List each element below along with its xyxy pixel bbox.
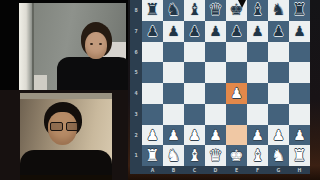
piece-white-bishop: ♝ (187, 148, 201, 164)
piece-white-pawn: ♟ (251, 128, 264, 142)
piece-white-pawn: ♟ (209, 128, 222, 142)
square-b1[interactable]: ♞ (163, 145, 184, 166)
square-d1[interactable]: ♛ (205, 145, 226, 166)
piece-white-pawn: ♟ (293, 128, 306, 142)
square-c5[interactable] (184, 62, 205, 83)
piece-white-pawn: ♟ (230, 86, 243, 100)
board-area: 87654321 ♜♞♝♛♚♝♞♜♟♟♟♟♟♟♟♟♟♟♟♟♟♟♟♟♜♞♝♛♚♝♞… (128, 0, 320, 180)
square-f7[interactable]: ♟ (247, 21, 268, 42)
rank-label-7: 7 (133, 25, 140, 37)
piece-white-pawn: ♟ (167, 128, 180, 142)
square-d6[interactable] (205, 42, 226, 63)
rank-label-6: 6 (133, 46, 140, 58)
square-h2[interactable]: ♟ (289, 125, 310, 146)
square-b4[interactable] (163, 83, 184, 104)
square-f4[interactable] (247, 83, 268, 104)
square-g2[interactable]: ♟ (268, 125, 289, 146)
square-b3[interactable] (163, 104, 184, 125)
rank-label-5: 5 (133, 67, 140, 79)
webcam-bottom-video (20, 93, 112, 180)
piece-white-queen: ♛ (208, 148, 222, 164)
square-c6[interactable] (184, 42, 205, 63)
piece-black-pawn: ♟ (293, 24, 306, 38)
square-g5[interactable] (268, 62, 289, 83)
piece-black-queen: ♛ (208, 2, 222, 18)
square-d3[interactable] (205, 104, 226, 125)
rank-label-2: 2 (133, 129, 140, 141)
piece-black-rook: ♜ (145, 2, 159, 18)
webcam-top-video (19, 3, 126, 90)
square-g8[interactable]: ♞ (268, 0, 289, 21)
chess-board[interactable]: ♜♞♝♛♚♝♞♜♟♟♟♟♟♟♟♟♟♟♟♟♟♟♟♟♜♞♝♛♚♝♞♜ (142, 0, 310, 166)
ceiling-strip (20, 93, 112, 99)
rank-label-8: 8 (133, 4, 140, 16)
square-c8[interactable]: ♝ (184, 0, 205, 21)
window-light (19, 3, 34, 90)
square-e2[interactable] (226, 125, 247, 146)
piece-white-pawn: ♟ (188, 128, 201, 142)
square-a8[interactable]: ♜ (142, 0, 163, 21)
square-a4[interactable] (142, 83, 163, 104)
square-d7[interactable]: ♟ (205, 21, 226, 42)
square-e6[interactable] (226, 42, 247, 63)
square-h3[interactable] (289, 104, 310, 125)
piece-white-king: ♚ (229, 148, 243, 164)
square-g6[interactable] (268, 42, 289, 63)
piece-black-bishop: ♝ (187, 2, 201, 18)
square-g1[interactable]: ♞ (268, 145, 289, 166)
piece-black-pawn: ♟ (251, 24, 264, 38)
square-c1[interactable]: ♝ (184, 145, 205, 166)
square-e4[interactable]: ♟ (226, 83, 247, 104)
square-h8[interactable]: ♜ (289, 0, 310, 21)
stream-layout: 87654321 ♜♞♝♛♚♝♞♜♟♟♟♟♟♟♟♟♟♟♟♟♟♟♟♟♜♞♝♛♚♝♞… (0, 0, 320, 180)
square-d2[interactable]: ♟ (205, 125, 226, 146)
square-h6[interactable] (289, 42, 310, 63)
square-d4[interactable] (205, 83, 226, 104)
square-b2[interactable]: ♟ (163, 125, 184, 146)
square-e5[interactable] (226, 62, 247, 83)
piece-black-knight: ♞ (271, 2, 285, 18)
square-f3[interactable] (247, 104, 268, 125)
player-top-face (85, 32, 107, 59)
rank-label-1: 1 (133, 150, 140, 162)
square-a6[interactable] (142, 42, 163, 63)
square-a5[interactable] (142, 62, 163, 83)
mouse-cursor (238, 0, 246, 8)
piece-black-pawn: ♟ (146, 24, 159, 38)
square-h7[interactable]: ♟ (289, 21, 310, 42)
square-g7[interactable]: ♟ (268, 21, 289, 42)
file-label-c: C (188, 168, 200, 173)
piece-white-pawn: ♟ (146, 128, 159, 142)
glasses-icon (50, 122, 79, 131)
square-b8[interactable]: ♞ (163, 0, 184, 21)
webcam-player-top (0, 0, 128, 90)
file-label-e: E (230, 168, 242, 173)
square-f1[interactable]: ♝ (247, 145, 268, 166)
piece-white-knight: ♞ (166, 148, 180, 164)
square-c4[interactable] (184, 83, 205, 104)
square-e1[interactable]: ♚ (226, 145, 247, 166)
piece-black-pawn: ♟ (188, 24, 201, 38)
chess-board-frame: 87654321 ♜♞♝♛♚♝♞♜♟♟♟♟♟♟♟♟♟♟♟♟♟♟♟♟♜♞♝♛♚♝♞… (130, 0, 310, 174)
file-label-a: A (146, 168, 158, 173)
square-h5[interactable] (289, 62, 310, 83)
square-h1[interactable]: ♜ (289, 145, 310, 166)
player-bottom-torso (20, 150, 112, 175)
square-e7[interactable]: ♟ (226, 21, 247, 42)
piece-white-pawn: ♟ (272, 128, 285, 142)
file-label-h: H (293, 168, 305, 173)
file-label-d: D (209, 168, 221, 173)
piece-black-pawn: ♟ (167, 24, 180, 38)
square-f6[interactable] (247, 42, 268, 63)
player-top-eyes (90, 43, 93, 45)
player-top-torso (57, 57, 128, 90)
piece-black-pawn: ♟ (272, 24, 285, 38)
radiator (34, 75, 47, 90)
piece-white-rook: ♜ (292, 148, 306, 164)
file-label-g: G (272, 168, 284, 173)
file-label-b: B (167, 168, 179, 173)
square-d5[interactable] (205, 62, 226, 83)
piece-white-rook: ♜ (145, 148, 159, 164)
square-c3[interactable] (184, 104, 205, 125)
square-a2[interactable]: ♟ (142, 125, 163, 146)
square-g4[interactable] (268, 83, 289, 104)
piece-black-pawn: ♟ (209, 24, 222, 38)
desk-edge (20, 175, 112, 180)
square-c2[interactable]: ♟ (184, 125, 205, 146)
rank-labels: 87654321 (130, 0, 142, 166)
webcam-column (0, 0, 128, 180)
square-d8[interactable]: ♛ (205, 0, 226, 21)
piece-white-knight: ♞ (271, 148, 285, 164)
square-b7[interactable]: ♟ (163, 21, 184, 42)
square-f5[interactable] (247, 62, 268, 83)
piece-black-rook: ♜ (292, 2, 306, 18)
square-g3[interactable] (268, 104, 289, 125)
square-b5[interactable] (163, 62, 184, 83)
square-e3[interactable] (226, 104, 247, 125)
rank-label-4: 4 (133, 87, 140, 99)
rank-label-3: 3 (133, 108, 140, 120)
square-b6[interactable] (163, 42, 184, 63)
piece-white-bishop: ♝ (250, 148, 264, 164)
square-a7[interactable]: ♟ (142, 21, 163, 42)
square-h4[interactable] (289, 83, 310, 104)
square-f8[interactable]: ♝ (247, 0, 268, 21)
file-labels: ABCDEFGH (142, 166, 310, 174)
square-a3[interactable] (142, 104, 163, 125)
piece-black-bishop: ♝ (250, 2, 264, 18)
piece-black-knight: ♞ (166, 2, 180, 18)
square-a1[interactable]: ♜ (142, 145, 163, 166)
file-label-f: F (251, 168, 263, 173)
square-f2[interactable]: ♟ (247, 125, 268, 146)
webcam-player-bottom (0, 90, 128, 180)
piece-black-pawn: ♟ (230, 24, 243, 38)
square-c7[interactable]: ♟ (184, 21, 205, 42)
